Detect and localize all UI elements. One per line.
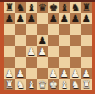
square-d3[interactable]: [37, 57, 48, 68]
square-a6[interactable]: [4, 24, 15, 35]
square-h5[interactable]: [81, 35, 92, 46]
square-g5[interactable]: [70, 35, 81, 46]
square-d2[interactable]: [37, 68, 48, 79]
black-pawn[interactable]: ♟: [27, 13, 36, 24]
square-h1[interactable]: ♜: [81, 79, 92, 90]
square-e5[interactable]: [48, 35, 59, 46]
square-a3[interactable]: [4, 57, 15, 68]
square-e3[interactable]: [48, 57, 59, 68]
black-knight[interactable]: ♞: [16, 2, 25, 13]
square-b4[interactable]: [15, 46, 26, 57]
square-c1[interactable]: ♝: [26, 79, 37, 90]
square-b5[interactable]: [15, 35, 26, 46]
white-pawn[interactable]: ♟: [49, 68, 58, 79]
square-a4[interactable]: [4, 46, 15, 57]
black-bishop[interactable]: ♝: [60, 2, 69, 13]
square-f2[interactable]: ♟: [59, 68, 70, 79]
square-d1[interactable]: ♛: [37, 79, 48, 90]
square-h8[interactable]: ♜: [81, 2, 92, 13]
chess-board[interactable]: ♜♞♝♛♚♝♞♜♟♟♟♟♟♟♟♟♟♟♟♟♟♟♟♟♜♞♝♛♚♝♞♜: [4, 2, 92, 90]
square-f1[interactable]: ♝: [59, 79, 70, 90]
square-e4[interactable]: [48, 46, 59, 57]
black-knight[interactable]: ♞: [71, 2, 80, 13]
square-g7[interactable]: ♟: [70, 13, 81, 24]
black-rook[interactable]: ♜: [82, 2, 91, 13]
square-g2[interactable]: ♟: [70, 68, 81, 79]
white-rook[interactable]: ♜: [5, 79, 14, 90]
square-d4[interactable]: ♟: [37, 46, 48, 57]
white-pawn[interactable]: ♟: [5, 68, 14, 79]
black-pawn[interactable]: ♟: [60, 13, 69, 24]
black-pawn[interactable]: ♟: [49, 13, 58, 24]
square-c5[interactable]: [26, 35, 37, 46]
white-king[interactable]: ♚: [49, 79, 58, 90]
square-c2[interactable]: [26, 68, 37, 79]
square-g3[interactable]: [70, 57, 81, 68]
square-f7[interactable]: ♟: [59, 13, 70, 24]
black-king[interactable]: ♚: [49, 2, 58, 13]
white-pawn[interactable]: ♟: [16, 68, 25, 79]
white-bishop[interactable]: ♝: [60, 79, 69, 90]
black-bishop[interactable]: ♝: [27, 2, 36, 13]
square-h7[interactable]: ♟: [81, 13, 92, 24]
chess-board-frame: ♜♞♝♛♚♝♞♜♟♟♟♟♟♟♟♟♟♟♟♟♟♟♟♟♜♞♝♛♚♝♞♜: [0, 0, 95, 94]
white-pawn[interactable]: ♟: [27, 46, 36, 57]
square-a7[interactable]: ♟: [4, 13, 15, 24]
white-queen[interactable]: ♛: [38, 79, 47, 90]
square-e8[interactable]: ♚: [48, 2, 59, 13]
white-knight[interactable]: ♞: [71, 79, 80, 90]
square-f8[interactable]: ♝: [59, 2, 70, 13]
square-b1[interactable]: ♞: [15, 79, 26, 90]
black-pawn[interactable]: ♟: [82, 13, 91, 24]
square-c3[interactable]: [26, 57, 37, 68]
square-e7[interactable]: ♟: [48, 13, 59, 24]
square-c7[interactable]: ♟: [26, 13, 37, 24]
square-a2[interactable]: ♟: [4, 68, 15, 79]
white-pawn[interactable]: ♟: [38, 46, 47, 57]
black-pawn[interactable]: ♟: [71, 13, 80, 24]
square-g6[interactable]: [70, 24, 81, 35]
square-e6[interactable]: [48, 24, 59, 35]
square-g4[interactable]: [70, 46, 81, 57]
square-b3[interactable]: [15, 57, 26, 68]
black-rook[interactable]: ♜: [5, 2, 14, 13]
white-pawn[interactable]: ♟: [71, 68, 80, 79]
square-d8[interactable]: ♛: [37, 2, 48, 13]
square-b2[interactable]: ♟: [15, 68, 26, 79]
square-d6[interactable]: [37, 24, 48, 35]
black-queen[interactable]: ♛: [38, 2, 47, 13]
square-d7[interactable]: [37, 13, 48, 24]
square-h4[interactable]: [81, 46, 92, 57]
square-c8[interactable]: ♝: [26, 2, 37, 13]
square-a5[interactable]: [4, 35, 15, 46]
square-f5[interactable]: [59, 35, 70, 46]
white-knight[interactable]: ♞: [16, 79, 25, 90]
square-b7[interactable]: ♟: [15, 13, 26, 24]
square-h2[interactable]: ♟: [81, 68, 92, 79]
square-g8[interactable]: ♞: [70, 2, 81, 13]
square-a1[interactable]: ♜: [4, 79, 15, 90]
square-b8[interactable]: ♞: [15, 2, 26, 13]
square-f6[interactable]: [59, 24, 70, 35]
black-pawn[interactable]: ♟: [5, 13, 14, 24]
square-f4[interactable]: [59, 46, 70, 57]
black-pawn[interactable]: ♟: [38, 35, 47, 46]
white-rook[interactable]: ♜: [82, 79, 91, 90]
square-e2[interactable]: ♟: [48, 68, 59, 79]
square-c4[interactable]: ♟: [26, 46, 37, 57]
square-g1[interactable]: ♞: [70, 79, 81, 90]
square-d5[interactable]: ♟: [37, 35, 48, 46]
square-f3[interactable]: [59, 57, 70, 68]
white-bishop[interactable]: ♝: [27, 79, 36, 90]
black-pawn[interactable]: ♟: [16, 13, 25, 24]
square-e1[interactable]: ♚: [48, 79, 59, 90]
square-c6[interactable]: [26, 24, 37, 35]
square-b6[interactable]: [15, 24, 26, 35]
white-pawn[interactable]: ♟: [82, 68, 91, 79]
white-pawn[interactable]: ♟: [60, 68, 69, 79]
square-h6[interactable]: [81, 24, 92, 35]
square-h3[interactable]: [81, 57, 92, 68]
square-a8[interactable]: ♜: [4, 2, 15, 13]
